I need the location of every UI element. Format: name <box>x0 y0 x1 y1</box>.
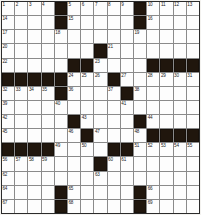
black-cell <box>160 59 172 72</box>
grid-cell[interactable] <box>55 59 67 72</box>
grid-cell[interactable]: 19 <box>134 30 146 43</box>
grid-cell[interactable]: 65 <box>68 186 80 199</box>
grid-cell[interactable] <box>174 115 186 128</box>
grid-cell[interactable] <box>174 157 186 170</box>
grid-cell[interactable] <box>15 129 27 142</box>
grid-cell[interactable]: 59 <box>42 157 54 170</box>
grid-cell[interactable]: 57 <box>15 157 27 170</box>
grid-cell[interactable]: 53 <box>160 143 172 156</box>
grid-cell[interactable]: 51 <box>134 143 146 156</box>
grid-cell[interactable] <box>160 115 172 128</box>
grid-cell[interactable] <box>42 172 54 185</box>
grid-cell[interactable] <box>121 16 133 29</box>
grid-cell[interactable] <box>134 59 146 72</box>
black-cell <box>28 143 40 156</box>
clue-number: 45 <box>3 129 8 135</box>
grid-cell[interactable] <box>121 200 133 213</box>
black-cell <box>55 16 67 29</box>
clue-number: 2 <box>16 2 18 8</box>
clue-number: 34 <box>29 87 34 93</box>
grid-cell[interactable] <box>108 129 120 142</box>
black-cell <box>55 87 67 100</box>
grid-cell[interactable] <box>134 73 146 86</box>
grid-cell[interactable] <box>55 172 67 185</box>
grid-cell[interactable] <box>94 101 106 114</box>
grid-cell[interactable]: 14 <box>2 16 14 29</box>
clue-number: 64 <box>3 186 8 192</box>
grid-cell[interactable] <box>68 101 80 114</box>
grid-cell[interactable] <box>28 44 40 57</box>
clue-number: 16 <box>148 16 153 22</box>
grid-cell[interactable] <box>134 101 146 114</box>
black-cell <box>134 200 146 213</box>
grid-cell[interactable]: 40 <box>55 101 67 114</box>
black-cell <box>68 59 80 72</box>
grid-cell[interactable] <box>81 101 93 114</box>
grid-cell[interactable]: 47 <box>94 129 106 142</box>
grid-cell[interactable]: 32 <box>2 87 14 100</box>
clue-number: 65 <box>68 186 73 192</box>
grid-cell[interactable] <box>42 59 54 72</box>
clue-number: 58 <box>29 157 34 163</box>
clue-number: 18 <box>55 30 60 36</box>
crossword-grid: 1234567891011121314151617181920212223242… <box>1 1 200 214</box>
grid-cell[interactable] <box>15 172 27 185</box>
clue-number: 30 <box>174 73 179 79</box>
grid-cell[interactable] <box>187 200 199 213</box>
grid-cell[interactable]: 45 <box>2 129 14 142</box>
clue-number: 46 <box>68 129 73 135</box>
grid-cell[interactable]: 46 <box>68 129 80 142</box>
grid-cell[interactable]: 20 <box>2 44 14 57</box>
grid-cell[interactable] <box>187 186 199 199</box>
grid-cell[interactable]: 42 <box>2 115 14 128</box>
grid-cell[interactable]: 1 <box>2 2 14 15</box>
grid-cell[interactable] <box>15 101 27 114</box>
clue-number: 50 <box>82 143 87 149</box>
grid-cell[interactable]: 18 <box>55 30 67 43</box>
grid-cell[interactable] <box>28 30 40 43</box>
clue-number: 33 <box>16 87 21 93</box>
clue-number: 15 <box>68 16 73 22</box>
clue-number: 20 <box>3 44 8 50</box>
grid-cell[interactable] <box>121 186 133 199</box>
black-cell <box>55 200 67 213</box>
black-cell <box>147 59 159 72</box>
black-cell <box>134 2 146 15</box>
black-cell <box>81 59 93 72</box>
black-cell <box>121 143 133 156</box>
clue-number: 10 <box>148 2 153 8</box>
grid-cell[interactable]: 26 <box>94 73 106 86</box>
grid-cell[interactable] <box>94 115 106 128</box>
grid-cell[interactable] <box>108 59 120 72</box>
grid-cell[interactable]: 50 <box>81 143 93 156</box>
clue-number: 39 <box>3 101 8 107</box>
clue-number: 27 <box>121 73 126 79</box>
grid-cell[interactable]: 22 <box>2 59 14 72</box>
clue-number: 9 <box>121 2 123 8</box>
grid-cell[interactable] <box>147 101 159 114</box>
grid-cell[interactable] <box>108 16 120 29</box>
grid-cell[interactable] <box>174 101 186 114</box>
clue-number: 60 <box>108 157 113 163</box>
clue-number: 32 <box>3 87 8 93</box>
black-cell <box>187 59 199 72</box>
grid-cell[interactable] <box>15 30 27 43</box>
grid-cell[interactable]: 52 <box>147 143 159 156</box>
grid-cell[interactable] <box>108 200 120 213</box>
grid-cell[interactable]: 9 <box>121 2 133 15</box>
grid-cell[interactable] <box>68 143 80 156</box>
clue-number: 47 <box>95 129 100 135</box>
grid-cell[interactable] <box>160 200 172 213</box>
grid-cell[interactable]: 13 <box>187 2 199 15</box>
black-cell <box>55 73 67 86</box>
grid-cell[interactable]: 24 <box>68 73 80 86</box>
black-cell <box>147 129 159 142</box>
clue-number: 22 <box>3 59 8 65</box>
grid-cell[interactable] <box>94 186 106 199</box>
grid-cell[interactable] <box>94 87 106 100</box>
grid-cell[interactable] <box>28 16 40 29</box>
clue-number: 51 <box>134 143 139 149</box>
grid-cell[interactable] <box>28 59 40 72</box>
grid-cell[interactable] <box>174 200 186 213</box>
grid-cell[interactable] <box>160 30 172 43</box>
grid-cell[interactable] <box>28 101 40 114</box>
black-cell <box>174 129 186 142</box>
grid-cell[interactable] <box>160 157 172 170</box>
clue-number: 54 <box>174 143 179 149</box>
grid-cell[interactable]: 43 <box>81 115 93 128</box>
grid-cell[interactable] <box>121 115 133 128</box>
black-cell <box>121 87 133 100</box>
grid-cell[interactable] <box>81 16 93 29</box>
clue-number: 36 <box>68 87 73 93</box>
clue-number: 38 <box>134 87 139 93</box>
clue-number: 69 <box>148 200 153 206</box>
grid-cell[interactable]: 55 <box>187 143 199 156</box>
grid-cell[interactable]: 8 <box>108 2 120 15</box>
grid-cell[interactable]: 38 <box>134 87 146 100</box>
grid-cell[interactable] <box>15 186 27 199</box>
clue-number: 43 <box>82 115 87 121</box>
grid-cell[interactable] <box>187 44 199 57</box>
grid-cell[interactable] <box>81 157 93 170</box>
grid-cell[interactable] <box>160 186 172 199</box>
black-cell <box>2 143 14 156</box>
grid-cell[interactable] <box>121 30 133 43</box>
grid-cell[interactable] <box>28 115 40 128</box>
grid-cell[interactable] <box>55 129 67 142</box>
grid-cell[interactable] <box>81 186 93 199</box>
clue-number: 29 <box>161 73 166 79</box>
grid-cell[interactable]: 54 <box>174 143 186 156</box>
grid-cell[interactable]: 56 <box>2 157 14 170</box>
grid-cell[interactable] <box>68 157 80 170</box>
grid-cell[interactable] <box>15 115 27 128</box>
grid-cell[interactable] <box>121 172 133 185</box>
grid-cell[interactable] <box>68 30 80 43</box>
grid-cell[interactable] <box>147 30 159 43</box>
clue-number: 23 <box>95 59 100 65</box>
clue-number: 8 <box>108 2 110 8</box>
grid-cell[interactable]: 48 <box>134 129 146 142</box>
black-cell <box>81 129 93 142</box>
clue-number: 19 <box>134 30 139 36</box>
grid-cell[interactable] <box>174 87 186 100</box>
grid-cell[interactable] <box>81 30 93 43</box>
grid-cell[interactable] <box>187 172 199 185</box>
grid-cell[interactable] <box>147 87 159 100</box>
clue-number: 21 <box>108 44 113 50</box>
grid-cell[interactable]: 10 <box>147 2 159 15</box>
clue-number: 17 <box>3 30 8 36</box>
clue-number: 66 <box>148 186 153 192</box>
black-cell <box>15 73 27 86</box>
grid-cell[interactable]: 41 <box>121 101 133 114</box>
grid-cell[interactable] <box>55 157 67 170</box>
grid-cell[interactable] <box>187 30 199 43</box>
black-cell <box>55 186 67 199</box>
grid-cell[interactable] <box>174 44 186 57</box>
black-cell <box>134 16 146 29</box>
grid-cell[interactable]: 33 <box>15 87 27 100</box>
grid-cell[interactable] <box>55 44 67 57</box>
grid-cell[interactable] <box>108 101 120 114</box>
clue-number: 24 <box>68 73 73 79</box>
grid-cell[interactable] <box>42 16 54 29</box>
grid-cell[interactable] <box>187 87 199 100</box>
grid-cell[interactable] <box>42 30 54 43</box>
grid-cell[interactable] <box>81 172 93 185</box>
grid-cell[interactable]: 35 <box>42 87 54 100</box>
grid-cell[interactable]: 34 <box>28 87 40 100</box>
grid-cell[interactable]: 39 <box>2 101 14 114</box>
grid-cell[interactable]: 2 <box>15 2 27 15</box>
grid-cell[interactable] <box>160 44 172 57</box>
clue-number: 37 <box>108 87 113 93</box>
grid-cell[interactable]: 5 <box>68 2 80 15</box>
black-cell <box>187 129 199 142</box>
grid-cell[interactable]: 28 <box>147 73 159 86</box>
grid-cell[interactable] <box>187 157 199 170</box>
grid-cell[interactable]: 12 <box>174 2 186 15</box>
clue-number: 3 <box>29 2 31 8</box>
grid-cell[interactable]: 37 <box>108 87 120 100</box>
black-cell <box>174 59 186 72</box>
clue-number: 25 <box>82 73 87 79</box>
grid-cell[interactable] <box>28 186 40 199</box>
grid-cell[interactable]: 64 <box>2 186 14 199</box>
black-cell <box>28 73 40 86</box>
grid-cell[interactable]: 4 <box>42 2 54 15</box>
grid-cell[interactable] <box>42 186 54 199</box>
grid-cell[interactable]: 62 <box>2 172 14 185</box>
grid-cell[interactable]: 58 <box>28 157 40 170</box>
grid-cell[interactable]: 44 <box>147 115 159 128</box>
clue-number: 7 <box>95 2 97 8</box>
clue-number: 28 <box>148 73 153 79</box>
grid-cell[interactable] <box>108 115 120 128</box>
clue-number: 13 <box>187 2 192 8</box>
clue-number: 42 <box>3 115 8 121</box>
clue-number: 48 <box>134 129 139 135</box>
grid-cell[interactable]: 36 <box>68 87 80 100</box>
grid-cell[interactable] <box>42 101 54 114</box>
grid-cell[interactable] <box>121 59 133 72</box>
grid-cell[interactable] <box>94 143 106 156</box>
grid-cell[interactable] <box>15 200 27 213</box>
grid-cell[interactable] <box>94 30 106 43</box>
black-cell <box>2 73 14 86</box>
grid-cell[interactable]: 30 <box>174 73 186 86</box>
grid-cell[interactable] <box>55 115 67 128</box>
black-cell <box>108 143 120 156</box>
clue-number: 6 <box>82 2 84 8</box>
grid-cell[interactable] <box>81 87 93 100</box>
grid-cell[interactable]: 61 <box>121 157 133 170</box>
clue-number: 12 <box>174 2 179 8</box>
clue-number: 67 <box>3 200 8 206</box>
grid-cell[interactable] <box>134 172 146 185</box>
grid-cell[interactable] <box>15 16 27 29</box>
grid-cell[interactable]: 6 <box>81 2 93 15</box>
grid-cell[interactable]: 17 <box>2 30 14 43</box>
grid-cell[interactable]: 63 <box>94 172 106 185</box>
clue-number: 40 <box>55 101 60 107</box>
grid-cell[interactable] <box>147 172 159 185</box>
grid-cell[interactable] <box>28 200 40 213</box>
clue-number: 41 <box>121 101 126 107</box>
clue-number: 5 <box>68 2 70 8</box>
clue-number: 1 <box>3 2 5 8</box>
clue-number: 56 <box>3 157 8 163</box>
black-cell <box>134 115 146 128</box>
black-cell <box>134 186 146 199</box>
grid-cell[interactable]: 3 <box>28 2 40 15</box>
grid-cell[interactable]: 66 <box>147 186 159 199</box>
grid-cell[interactable]: 60 <box>108 157 120 170</box>
grid-cell[interactable] <box>94 16 106 29</box>
grid-cell[interactable] <box>108 186 120 199</box>
clue-number: 62 <box>3 172 8 178</box>
grid-cell[interactable] <box>174 30 186 43</box>
grid-cell[interactable] <box>174 186 186 199</box>
grid-cell[interactable] <box>160 16 172 29</box>
grid-cell[interactable] <box>81 200 93 213</box>
grid-cell[interactable] <box>187 16 199 29</box>
grid-cell[interactable] <box>121 129 133 142</box>
clue-number: 61 <box>121 157 126 163</box>
grid-cell[interactable] <box>68 172 80 185</box>
grid-cell[interactable] <box>147 44 159 57</box>
grid-cell[interactable] <box>108 172 120 185</box>
grid-cell[interactable]: 67 <box>2 200 14 213</box>
grid-cell[interactable] <box>174 172 186 185</box>
clue-number: 31 <box>187 73 192 79</box>
grid-cell[interactable] <box>42 200 54 213</box>
grid-cell[interactable] <box>15 59 27 72</box>
grid-cell[interactable]: 21 <box>108 44 120 57</box>
grid-cell[interactable] <box>68 44 80 57</box>
clue-number: 35 <box>42 87 47 93</box>
grid-cell[interactable] <box>134 157 146 170</box>
grid-cell[interactable]: 16 <box>147 16 159 29</box>
clue-number: 53 <box>161 143 166 149</box>
grid-cell[interactable] <box>160 172 172 185</box>
clue-number: 4 <box>42 2 44 8</box>
grid-cell[interactable] <box>42 115 54 128</box>
grid-cell[interactable] <box>174 16 186 29</box>
grid-cell[interactable]: 25 <box>81 73 93 86</box>
grid-cell[interactable] <box>42 129 54 142</box>
grid-cell[interactable] <box>81 44 93 57</box>
grid-cell[interactable]: 31 <box>187 73 199 86</box>
grid-cell[interactable]: 15 <box>68 16 80 29</box>
grid-cell[interactable] <box>28 129 40 142</box>
clue-number: 63 <box>95 172 100 178</box>
grid-cell[interactable] <box>187 115 199 128</box>
grid-cell[interactable] <box>147 157 159 170</box>
grid-cell[interactable] <box>28 172 40 185</box>
clue-number: 44 <box>148 115 153 121</box>
clue-number: 52 <box>148 143 153 149</box>
black-cell <box>94 157 106 170</box>
grid-cell[interactable]: 49 <box>55 143 67 156</box>
grid-cell[interactable]: 69 <box>147 200 159 213</box>
black-cell <box>160 129 172 142</box>
black-cell <box>55 2 67 15</box>
grid-cell[interactable] <box>42 44 54 57</box>
grid-cell[interactable] <box>94 200 106 213</box>
clue-number: 57 <box>16 157 21 163</box>
grid-cell[interactable]: 29 <box>160 73 172 86</box>
grid-cell[interactable]: 68 <box>68 200 80 213</box>
grid-cell[interactable] <box>160 87 172 100</box>
black-cell <box>108 73 120 86</box>
clue-number: 49 <box>55 143 60 149</box>
black-cell <box>15 143 27 156</box>
black-cell <box>42 73 54 86</box>
clue-number: 68 <box>68 200 73 206</box>
grid-cell[interactable] <box>134 44 146 57</box>
grid-cell[interactable]: 7 <box>94 2 106 15</box>
clue-number: 26 <box>95 73 100 79</box>
grid-cell[interactable] <box>15 44 27 57</box>
grid-cell[interactable]: 27 <box>121 73 133 86</box>
clue-number: 14 <box>3 16 8 22</box>
grid-cell[interactable] <box>160 101 172 114</box>
crossword-puzzle: 1234567891011121314151617181920212223242… <box>0 0 201 215</box>
grid-cell[interactable] <box>187 101 199 114</box>
clue-number: 11 <box>161 2 165 8</box>
clue-number: 55 <box>187 143 192 149</box>
grid-cell[interactable] <box>121 44 133 57</box>
grid-cell[interactable]: 23 <box>94 59 106 72</box>
black-cell <box>94 44 106 57</box>
clue-number: 59 <box>42 157 47 163</box>
black-cell <box>68 115 80 128</box>
black-cell <box>42 143 54 156</box>
grid-cell[interactable]: 11 <box>160 2 172 15</box>
grid-cell[interactable] <box>108 30 120 43</box>
